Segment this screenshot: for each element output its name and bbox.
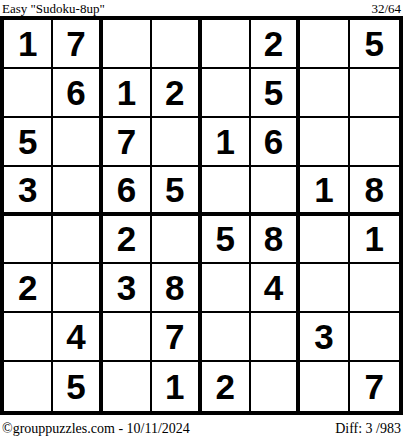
empty-cell-r7c5[interactable] <box>202 313 251 362</box>
difficulty-text: Diff: 3 /983 <box>335 421 401 437</box>
empty-cell-r3c7[interactable] <box>300 118 349 167</box>
given-cell-r6c3: 3 <box>103 264 152 313</box>
given-cell-r8c5: 2 <box>202 362 251 411</box>
given-cell-r1c8: 5 <box>350 20 399 69</box>
given-cell-r3c3: 7 <box>103 118 152 167</box>
empty-cell-r4c6[interactable] <box>251 167 300 216</box>
given-cell-r3c5: 1 <box>202 118 251 167</box>
given-cell-r4c7: 1 <box>300 167 349 216</box>
empty-cell-r3c4[interactable] <box>152 118 201 167</box>
empty-cell-r6c5[interactable] <box>202 264 251 313</box>
given-cell-r6c4: 8 <box>152 264 201 313</box>
given-cell-r8c2: 5 <box>53 362 102 411</box>
empty-cell-r1c7[interactable] <box>300 20 349 69</box>
given-cell-r5c5: 5 <box>202 216 251 265</box>
empty-cell-r5c7[interactable] <box>300 216 349 265</box>
empty-cell-r3c2[interactable] <box>53 118 102 167</box>
empty-cell-r3c8[interactable] <box>350 118 399 167</box>
given-cell-r1c2: 7 <box>53 20 102 69</box>
empty-cell-r1c5[interactable] <box>202 20 251 69</box>
given-cell-r6c1: 2 <box>4 264 53 313</box>
given-cell-r3c1: 5 <box>4 118 53 167</box>
empty-cell-r1c3[interactable] <box>103 20 152 69</box>
empty-cell-r5c1[interactable] <box>4 216 53 265</box>
page-footer: ©grouppuzzles.com - 10/11/2024 Diff: 3 /… <box>0 415 403 437</box>
given-cell-r4c1: 3 <box>4 167 53 216</box>
empty-cell-r7c8[interactable] <box>350 313 399 362</box>
given-cell-r6c6: 4 <box>251 264 300 313</box>
given-cell-r2c2: 6 <box>53 69 102 118</box>
given-cell-r8c8: 7 <box>350 362 399 411</box>
empty-cell-r7c6[interactable] <box>251 313 300 362</box>
given-cell-r7c4: 7 <box>152 313 201 362</box>
puzzle-title: Easy "Sudoku-8up" <box>2 1 105 17</box>
page-header: Easy "Sudoku-8up" 32/64 <box>0 0 403 16</box>
empty-cell-r5c2[interactable] <box>53 216 102 265</box>
sudoku-board: 17256125571636518258123844735127 <box>0 16 403 415</box>
given-cell-r7c7: 3 <box>300 313 349 362</box>
given-cell-r1c6: 2 <box>251 20 300 69</box>
given-cell-r5c6: 8 <box>251 216 300 265</box>
given-cell-r3c6: 6 <box>251 118 300 167</box>
given-cell-r2c3: 1 <box>103 69 152 118</box>
empty-cell-r6c7[interactable] <box>300 264 349 313</box>
given-cell-r4c4: 5 <box>152 167 201 216</box>
given-cell-r8c4: 1 <box>152 362 201 411</box>
empty-cell-r7c3[interactable] <box>103 313 152 362</box>
empty-cell-r2c5[interactable] <box>202 69 251 118</box>
given-cell-r7c2: 4 <box>53 313 102 362</box>
empty-cell-r6c8[interactable] <box>350 264 399 313</box>
empty-cell-r2c8[interactable] <box>350 69 399 118</box>
empty-cell-r5c4[interactable] <box>152 216 201 265</box>
given-cell-r4c8: 8 <box>350 167 399 216</box>
empty-cell-r7c1[interactable] <box>4 313 53 362</box>
empty-cell-r6c2[interactable] <box>53 264 102 313</box>
given-cell-r5c3: 2 <box>103 216 152 265</box>
empty-cell-r8c7[interactable] <box>300 362 349 411</box>
given-cell-r4c3: 6 <box>103 167 152 216</box>
given-cell-r2c4: 2 <box>152 69 201 118</box>
empty-cell-r8c1[interactable] <box>4 362 53 411</box>
empty-cell-r1c4[interactable] <box>152 20 201 69</box>
empty-cell-r4c5[interactable] <box>202 167 251 216</box>
given-cell-r2c6: 5 <box>251 69 300 118</box>
copyright-text: ©grouppuzzles.com - 10/11/2024 <box>2 421 190 437</box>
given-cell-r5c8: 1 <box>350 216 399 265</box>
given-cell-r1c1: 1 <box>4 20 53 69</box>
empty-cell-r2c7[interactable] <box>300 69 349 118</box>
empty-cell-r4c2[interactable] <box>53 167 102 216</box>
empty-cell-r8c3[interactable] <box>103 362 152 411</box>
empty-cell-r2c1[interactable] <box>4 69 53 118</box>
empty-cell-r8c6[interactable] <box>251 362 300 411</box>
givens-counter: 32/64 <box>371 1 401 17</box>
